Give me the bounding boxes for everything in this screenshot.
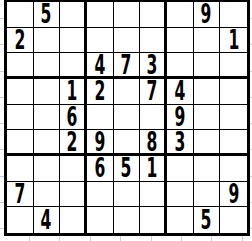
- cell-r5c4[interactable]: [87, 105, 114, 131]
- cell-r6c2[interactable]: [34, 130, 61, 156]
- cell-r2c4[interactable]: [87, 28, 114, 54]
- cell-r4c1[interactable]: [7, 79, 34, 105]
- cell-r9c5[interactable]: [114, 207, 141, 233]
- cell-r7c9[interactable]: [220, 156, 247, 182]
- cell-r2c8[interactable]: [194, 28, 221, 54]
- cell-r6c5[interactable]: [114, 130, 141, 156]
- cell-r8c6[interactable]: [140, 182, 167, 208]
- given-digit: 2: [94, 79, 105, 104]
- cell-r1c1[interactable]: [7, 2, 34, 28]
- cell-r8c5[interactable]: [114, 182, 141, 208]
- cell-r7c4[interactable]: 6: [87, 156, 114, 182]
- cell-r4c9[interactable]: [220, 79, 247, 105]
- given-digit: 5: [41, 2, 52, 27]
- cell-r1c9[interactable]: [220, 2, 247, 28]
- given-digit: 4: [94, 53, 105, 77]
- cell-r3c2[interactable]: [34, 53, 61, 79]
- cell-r2c1[interactable]: 2: [7, 28, 34, 54]
- cell-r4c3[interactable]: 1: [60, 79, 87, 105]
- given-digit: 7: [147, 79, 158, 104]
- cell-r9c9[interactable]: [220, 207, 247, 233]
- given-digit: 8: [147, 130, 158, 154]
- cell-r7c1[interactable]: [7, 156, 34, 182]
- cell-r1c7[interactable]: [167, 2, 194, 28]
- cell-r5c1[interactable]: [7, 105, 34, 131]
- cell-r1c3[interactable]: [60, 2, 87, 28]
- cell-r3c8[interactable]: [194, 53, 221, 79]
- cell-r6c6[interactable]: 8: [140, 130, 167, 156]
- cell-r9c4[interactable]: [87, 207, 114, 233]
- given-digit: 9: [94, 130, 105, 154]
- given-digit: 1: [147, 156, 158, 181]
- cell-r6c9[interactable]: [220, 130, 247, 156]
- cell-r6c8[interactable]: [194, 130, 221, 156]
- cell-r5c8[interactable]: [194, 105, 221, 131]
- cell-r7c8[interactable]: [194, 156, 221, 182]
- cell-r9c7[interactable]: [167, 207, 194, 233]
- cell-r3c5[interactable]: 7: [114, 53, 141, 79]
- given-digit: 2: [67, 130, 78, 154]
- given-digit: 9: [228, 182, 239, 207]
- cell-r3c4[interactable]: 4: [87, 53, 114, 79]
- cell-r1c5[interactable]: [114, 2, 141, 28]
- cell-r6c3[interactable]: 2: [60, 130, 87, 156]
- cell-r5c7[interactable]: 9: [167, 105, 194, 131]
- cell-r6c7[interactable]: 3: [167, 130, 194, 156]
- cell-r7c6[interactable]: 1: [140, 156, 167, 182]
- cell-r4c5[interactable]: [114, 79, 141, 105]
- cell-r9c6[interactable]: [140, 207, 167, 233]
- cell-r2c9[interactable]: 1: [220, 28, 247, 54]
- cell-r2c3[interactable]: [60, 28, 87, 54]
- given-digit: 5: [201, 207, 212, 233]
- cell-r2c7[interactable]: [167, 28, 194, 54]
- cell-r2c5[interactable]: [114, 28, 141, 54]
- cell-r1c6[interactable]: [140, 2, 167, 28]
- cell-r9c1[interactable]: [7, 207, 34, 233]
- cell-r1c2[interactable]: 5: [34, 2, 61, 28]
- cell-r4c7[interactable]: 4: [167, 79, 194, 105]
- given-digit: 6: [94, 156, 105, 181]
- cell-r7c7[interactable]: [167, 156, 194, 182]
- cell-r3c7[interactable]: [167, 53, 194, 79]
- given-digit: 5: [121, 156, 132, 181]
- given-digit: 6: [67, 105, 78, 130]
- sudoku-grid: 592147312746929836517945: [4, 0, 250, 236]
- cell-r3c1[interactable]: [7, 53, 34, 79]
- cell-r6c4[interactable]: 9: [87, 130, 114, 156]
- cell-r9c2[interactable]: 4: [34, 207, 61, 233]
- cell-r4c8[interactable]: [194, 79, 221, 105]
- cell-r5c2[interactable]: [34, 105, 61, 131]
- cell-r5c5[interactable]: [114, 105, 141, 131]
- cell-r2c2[interactable]: [34, 28, 61, 54]
- cell-r7c2[interactable]: [34, 156, 61, 182]
- cell-r7c3[interactable]: [60, 156, 87, 182]
- cell-r5c3[interactable]: 6: [60, 105, 87, 131]
- cell-r3c6[interactable]: 3: [140, 53, 167, 79]
- given-digit: 3: [147, 53, 158, 77]
- cell-r1c8[interactable]: 9: [194, 2, 221, 28]
- cell-r4c2[interactable]: [34, 79, 61, 105]
- cell-r1c4[interactable]: [87, 2, 114, 28]
- given-digit: 3: [174, 130, 185, 154]
- given-digit: 7: [14, 182, 25, 207]
- cell-r3c9[interactable]: [220, 53, 247, 79]
- given-digit: 1: [67, 79, 78, 104]
- given-digit: 4: [41, 207, 52, 233]
- cell-r4c6[interactable]: 7: [140, 79, 167, 105]
- spreadsheet-background: 592147312746929836517945: [0, 0, 252, 241]
- cell-r2c6[interactable]: [140, 28, 167, 54]
- cell-r9c3[interactable]: [60, 207, 87, 233]
- cell-r9c8[interactable]: 5: [194, 207, 221, 233]
- cell-r4c4[interactable]: 2: [87, 79, 114, 105]
- given-digit: 9: [174, 105, 185, 130]
- cell-r8c4[interactable]: [87, 182, 114, 208]
- cell-r8c2[interactable]: [34, 182, 61, 208]
- given-digit: 9: [201, 2, 212, 27]
- cell-r7c5[interactable]: 5: [114, 156, 141, 182]
- cell-r8c9[interactable]: 9: [220, 182, 247, 208]
- given-digit: 7: [121, 53, 132, 77]
- cell-r5c6[interactable]: [140, 105, 167, 131]
- cell-r8c8[interactable]: [194, 182, 221, 208]
- given-digit: 4: [174, 79, 185, 104]
- given-digit: 1: [228, 28, 239, 53]
- cell-r3c3[interactable]: [60, 53, 87, 79]
- cell-r8c1[interactable]: 7: [7, 182, 34, 208]
- given-digit: 2: [14, 28, 25, 53]
- cell-r8c7[interactable]: [167, 182, 194, 208]
- cell-r6c1[interactable]: [7, 130, 34, 156]
- cell-r8c3[interactable]: [60, 182, 87, 208]
- cell-r5c9[interactable]: [220, 105, 247, 131]
